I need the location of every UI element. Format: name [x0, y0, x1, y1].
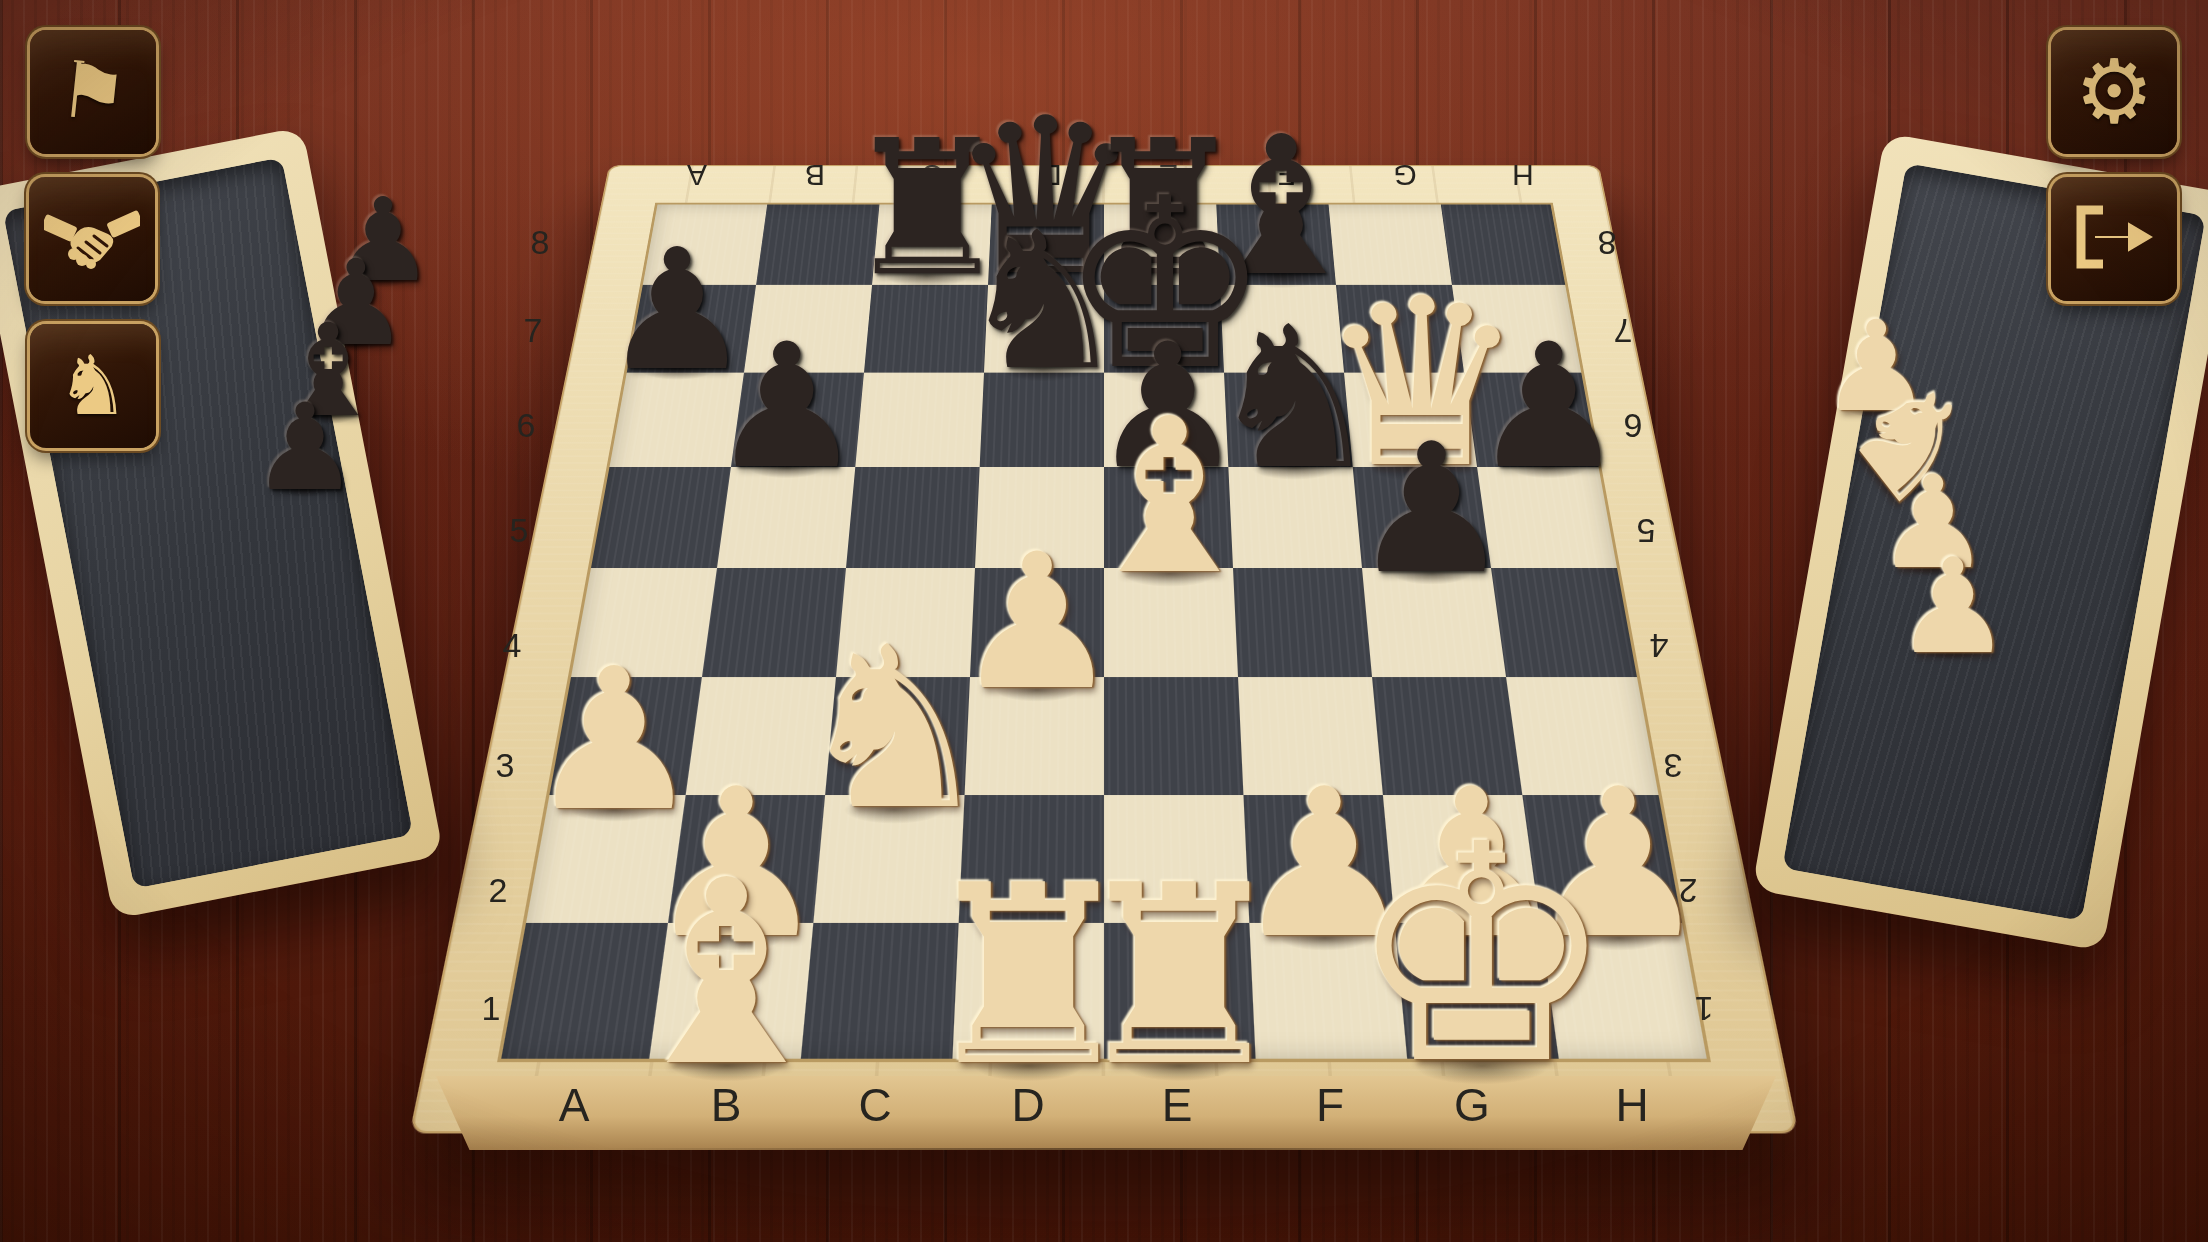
handshake-icon: [44, 202, 140, 276]
file-label-top-b: B: [805, 158, 825, 192]
file-label-bottom-h: H: [1615, 1078, 1648, 1132]
resign-button[interactable]: ⚑: [30, 30, 156, 154]
rank-label-right-8: 8: [1598, 223, 1617, 262]
rank-label-left-3: 3: [496, 746, 515, 785]
rank-label-left-7: 7: [524, 311, 543, 350]
rank-label-right-1: 1: [1695, 989, 1714, 1028]
file-label-bottom-f: F: [1316, 1078, 1344, 1132]
exit-button[interactable]: [2051, 177, 2177, 301]
white-pawn-captured[interactable]: ♟: [1894, 541, 2011, 672]
rank-label-left-1: 1: [482, 989, 501, 1028]
white-king-g1[interactable]: ♚: [1347, 806, 1616, 1106]
rank-label-left-8: 8: [531, 223, 550, 262]
rank-label-right-5: 5: [1637, 511, 1656, 550]
file-label-bottom-c: C: [858, 1078, 891, 1132]
white-bishop-b1[interactable]: ♝: [612, 846, 841, 1101]
knight-icon: ♞: [56, 345, 130, 427]
white-rook-e1[interactable]: ♜: [1068, 852, 1290, 1100]
file-label-top-g: G: [1393, 158, 1416, 192]
chess-game-screen: AABBCCDDEEFFGGHH1122334455667788 ♜♛♜♝♟♞♚…: [0, 0, 2208, 1242]
black-pawn-b6[interactable]: ♟: [709, 321, 863, 493]
rank-label-left-5: 5: [510, 511, 529, 550]
rank-label-right-6: 6: [1624, 406, 1643, 445]
black-pawn-captured[interactable]: ♟: [251, 388, 359, 508]
rank-label-left-4: 4: [503, 626, 522, 665]
file-label-bottom-a: A: [559, 1078, 590, 1132]
gear-icon: ⚙: [2075, 48, 2154, 136]
file-label-top-h: H: [1512, 158, 1534, 192]
black-pawn-g5[interactable]: ♟: [1351, 420, 1511, 599]
rank-label-right-4: 4: [1650, 626, 1669, 665]
hint-button[interactable]: ♞: [30, 324, 156, 448]
draw-offer-button[interactable]: [29, 177, 155, 301]
rank-label-left-6: 6: [517, 406, 536, 445]
exit-icon: [2073, 204, 2155, 274]
settings-button[interactable]: ⚙: [2051, 30, 2177, 154]
rank-label-left-2: 2: [489, 871, 508, 910]
file-label-top-a: A: [687, 158, 707, 192]
flag-icon: ⚑: [54, 50, 132, 135]
